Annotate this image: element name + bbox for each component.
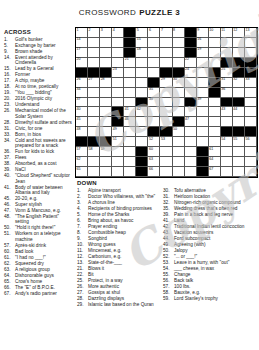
clue-number: 42. — [163, 224, 174, 229]
cell-number: 64 — [209, 157, 213, 161]
clue-item: 41.Body of water between Albania and Ita… — [4, 185, 74, 196]
grid-cell[interactable] — [88, 88, 100, 98]
cell-number: 25 — [221, 67, 225, 71]
cell-number: 41 — [125, 107, 129, 111]
cell-number: 56 — [245, 137, 249, 141]
clue-item: 41.Land — [163, 218, 257, 223]
clue-number: 62. — [4, 261, 15, 266]
grid-cell[interactable] — [185, 157, 197, 167]
clue-number: 50. — [4, 225, 15, 230]
grid-cell[interactable] — [148, 68, 160, 78]
grid-cell[interactable]: 40 — [76, 107, 88, 117]
clue-text: Ford subcompact — [174, 236, 257, 241]
clue-number: 1. — [77, 188, 88, 193]
black-cell — [197, 167, 209, 177]
grid-cell[interactable] — [100, 98, 112, 108]
clue-item: 51.Workers on a teletype machine — [4, 231, 74, 242]
grid-cell[interactable] — [209, 38, 221, 48]
grid-cell[interactable] — [209, 137, 221, 147]
grid-cell[interactable]: 27 — [88, 78, 100, 88]
grid-cell[interactable]: 23 — [112, 68, 124, 78]
grid-cell[interactable]: 37 — [76, 98, 88, 108]
black-cell — [76, 137, 88, 147]
grid-cell[interactable] — [160, 147, 172, 157]
cell-number: 49 — [113, 127, 117, 131]
grid-cell[interactable]: 2 — [88, 28, 100, 38]
cell-number: 34 — [77, 87, 81, 91]
grid-cell[interactable]: 31 — [221, 78, 233, 88]
grid-cell[interactable]: 44 — [233, 107, 245, 117]
black-cell — [124, 38, 136, 48]
grid-cell[interactable] — [245, 117, 257, 127]
clue-item: 50.Jalopy — [163, 248, 257, 253]
clue-text: Workers on a teletype machine — [15, 231, 74, 242]
crossword-grid[interactable]: 1234567891011121314151617181920212223242… — [75, 27, 258, 178]
clue-text: Andy's radio partner — [15, 291, 74, 296]
grid-cell[interactable] — [136, 137, 148, 147]
grid-cell[interactable] — [185, 78, 197, 88]
clue-item: 30.Tofu alternative — [163, 188, 257, 193]
clue-text: Brown shade — [15, 49, 74, 54]
grid-cell[interactable] — [209, 48, 221, 58]
page-title: CROSSWORDPUZZLE 3 — [0, 8, 259, 17]
clue-number: 33. — [4, 132, 15, 137]
clue-number: 55. — [163, 272, 174, 277]
grid-cell[interactable] — [124, 147, 136, 157]
clue-item: 26.More authentic — [77, 284, 161, 289]
black-cell — [100, 68, 112, 78]
clue-number: 9. — [77, 236, 88, 241]
cell-number: 65 — [77, 167, 81, 171]
grid-cell[interactable]: 20 — [76, 58, 88, 68]
cell-number: 32 — [233, 77, 237, 81]
black-cell — [233, 58, 245, 68]
grid-cell[interactable] — [112, 167, 124, 177]
grid-cell[interactable]: 34 — [76, 88, 88, 98]
clue-number: 31. — [4, 126, 15, 131]
clue-number: 19. — [4, 90, 15, 95]
grid-cell[interactable]: 25 — [221, 68, 233, 78]
clue-item: 46.Super stylish — [4, 202, 74, 207]
clue-item: 47.Vonn & Mancuso, e.g. — [4, 208, 74, 213]
clue-number: 64. — [4, 273, 15, 278]
grid-cell[interactable] — [233, 38, 245, 48]
grid-cell[interactable]: 54 — [221, 137, 233, 147]
grid-cell[interactable]: 17 — [76, 48, 88, 58]
grid-cell[interactable] — [160, 88, 172, 98]
grid-cell[interactable]: 16 — [197, 38, 209, 48]
grid-cell[interactable] — [112, 98, 124, 108]
grid-cell[interactable] — [112, 48, 124, 58]
grid-cell[interactable] — [112, 78, 124, 88]
grid-cell[interactable]: 43 — [221, 107, 233, 117]
clue-text: Protect, in a way — [88, 278, 161, 283]
grid-cell[interactable] — [245, 107, 257, 117]
grid-cell[interactable] — [160, 117, 172, 127]
clue-item: 25.Protect, in a way — [77, 278, 161, 283]
clue-number: 54. — [163, 266, 174, 271]
grid-cell[interactable] — [148, 38, 160, 48]
grid-cell[interactable]: 67 — [209, 167, 221, 177]
black-cell — [160, 127, 172, 137]
cell-number: 29 — [161, 77, 165, 81]
clue-item: 57.Après-ski drink — [4, 243, 74, 248]
grid-cell[interactable] — [209, 127, 221, 137]
grid-cell[interactable]: 18 — [136, 48, 148, 58]
clue-text: Back talk — [174, 278, 257, 283]
grid-cell[interactable] — [88, 107, 100, 117]
grid-cell[interactable] — [124, 88, 136, 98]
cell-number: 23 — [113, 67, 117, 71]
cell-number: 47 — [185, 117, 189, 121]
clue-text: Golf's bunker — [15, 37, 74, 42]
grid-cell[interactable]: 28 — [100, 78, 112, 88]
black-cell — [148, 127, 160, 137]
grid-cell[interactable] — [100, 127, 112, 137]
grid-cell[interactable] — [112, 157, 124, 167]
black-cell — [160, 68, 172, 78]
cell-number: 5 — [137, 28, 139, 32]
grid-cell[interactable] — [160, 98, 172, 108]
grid-cell[interactable]: 55 — [233, 137, 245, 147]
grid-cell[interactable] — [136, 68, 148, 78]
clue-item: 64.Dishonorable guys — [4, 273, 74, 278]
grid-cell[interactable]: 33 — [245, 78, 257, 88]
grid-cell[interactable] — [209, 58, 221, 68]
black-cell — [148, 78, 160, 88]
grid-cell[interactable]: 42 — [136, 107, 148, 117]
grid-cell[interactable] — [112, 147, 124, 157]
grid-cell[interactable] — [88, 167, 100, 177]
black-cell — [221, 58, 233, 68]
clue-text: Lead by a General — [15, 66, 74, 71]
grid-cell[interactable]: 52 — [148, 137, 160, 147]
grid-cell[interactable]: 36 — [221, 88, 233, 98]
grid-cell[interactable] — [185, 107, 197, 117]
grid-cell[interactable] — [136, 88, 148, 98]
clue-text: Civic, for one — [15, 126, 74, 131]
grid-cell[interactable] — [197, 78, 209, 88]
grid-cell[interactable]: 21 — [124, 58, 136, 68]
clue-number: 65. — [4, 279, 15, 284]
grid-cell[interactable]: 29 — [160, 78, 172, 88]
clue-number: 37. — [4, 155, 15, 160]
grid-cell[interactable] — [160, 157, 172, 167]
cell-number: 62 — [77, 157, 81, 161]
grid-cell[interactable] — [221, 167, 233, 177]
grid-cell[interactable] — [185, 88, 197, 98]
clue-item: 62.Squeezed dry — [4, 261, 74, 266]
clue-item: 61."I had no ___!" — [4, 255, 74, 260]
grid-cell[interactable] — [88, 127, 100, 137]
grid-cell[interactable] — [173, 58, 185, 68]
grid-cell[interactable] — [100, 38, 112, 48]
grid-cell[interactable]: 14 — [76, 38, 88, 48]
grid-cell[interactable] — [197, 58, 209, 68]
grid-cell[interactable] — [221, 157, 233, 167]
black-cell — [245, 127, 257, 137]
grid-cell[interactable]: 8 — [173, 28, 185, 38]
clue-text: Change — [174, 272, 257, 277]
grid-cell[interactable] — [112, 88, 124, 98]
grid-cell[interactable] — [136, 127, 148, 137]
grid-cell[interactable]: 39 — [197, 98, 209, 108]
clue-text: Jalopy — [174, 248, 257, 253]
clue-item: 29.Islamic law based on the Quran — [77, 302, 161, 307]
clue-item: 1.Alpine transport — [77, 188, 161, 193]
cell-number: 31 — [221, 77, 225, 81]
grid-cell[interactable] — [88, 48, 100, 58]
grid-cell[interactable] — [100, 107, 112, 117]
grid-cell[interactable]: 49 — [112, 127, 124, 137]
grid-cell[interactable]: 4 — [112, 28, 124, 38]
clue-number: 57. — [4, 243, 15, 248]
black-cell — [76, 68, 88, 78]
grid-cell[interactable] — [173, 88, 185, 98]
clue-text: Bit — [88, 272, 161, 277]
grid-cell[interactable]: 11 — [221, 28, 233, 38]
clue-text: "... or ___!" — [174, 254, 257, 259]
grid-cell[interactable] — [185, 147, 197, 157]
grid-cell[interactable] — [136, 58, 148, 68]
grid-cell[interactable] — [209, 117, 221, 127]
clue-item: 8.Combustible heap — [77, 230, 161, 235]
grid-cell[interactable]: 46 — [124, 117, 136, 127]
grid-cell[interactable]: 45 — [76, 117, 88, 127]
grid-cell[interactable] — [124, 68, 136, 78]
grid-cell[interactable] — [185, 127, 197, 137]
grid-cell[interactable]: 64 — [209, 157, 221, 167]
clue-number: 36. — [4, 149, 15, 154]
clue-number: 8. — [77, 230, 88, 235]
clue-text: Vacation souvenirs — [174, 230, 257, 235]
grid-cell[interactable]: 56 — [245, 137, 257, 147]
clue-text: Tofu alternative — [174, 188, 257, 193]
clue-number: 39. — [163, 212, 174, 217]
grid-cell[interactable] — [233, 167, 245, 177]
grid-cell[interactable]: 66 — [148, 167, 160, 177]
grid-cell[interactable] — [124, 137, 136, 147]
grid-cell[interactable] — [245, 48, 257, 58]
grid-cell[interactable]: 22 — [185, 58, 197, 68]
black-cell — [209, 68, 221, 78]
cell-number: 37 — [77, 97, 81, 101]
grid-cell[interactable]: 48 — [76, 127, 88, 137]
clue-text: Carbonium, e.g. — [88, 254, 161, 259]
clue-text: Home of the Sharks — [88, 212, 161, 217]
grid-cell[interactable] — [88, 58, 100, 68]
grid-cell[interactable] — [197, 88, 209, 98]
grid-cell[interactable] — [124, 98, 136, 108]
grid-cell[interactable] — [136, 117, 148, 127]
grid-cell[interactable] — [160, 58, 172, 68]
clue-number: 16. — [4, 72, 15, 77]
grid-cell[interactable]: 3 — [100, 28, 112, 38]
black-cell — [221, 98, 233, 108]
grid-cell[interactable]: 60 — [148, 147, 160, 157]
grid-cell[interactable]: 53 — [160, 137, 172, 147]
grid-cell[interactable] — [197, 68, 209, 78]
cell-number: 11 — [221, 28, 225, 32]
clue-item: 53.Leave in a hurry, with "out" — [163, 260, 257, 265]
grid-cell[interactable]: 38 — [148, 98, 160, 108]
grid-cell[interactable] — [112, 38, 124, 48]
grid-cell[interactable]: 6 — [148, 28, 160, 38]
clue-text: State-of-the-___ — [88, 260, 161, 265]
clue-number: 5. — [4, 43, 15, 48]
grid-cell[interactable] — [173, 38, 185, 48]
grid-cell[interactable] — [88, 38, 100, 48]
grid-cell[interactable] — [245, 157, 257, 167]
grid-cell[interactable] — [100, 167, 112, 177]
grid-cell[interactable] — [100, 58, 112, 68]
clue-item: 59.Lord Stanley's trophy — [163, 296, 257, 301]
grid-cell[interactable] — [185, 167, 197, 177]
grid-cell[interactable] — [88, 157, 100, 167]
grid-cell[interactable] — [173, 167, 185, 177]
grid-cell[interactable]: 62 — [76, 157, 88, 167]
grid-cell[interactable] — [148, 58, 160, 68]
grid-cell[interactable] — [185, 137, 197, 147]
clue-number: 12. — [77, 254, 88, 259]
grid-cell[interactable] — [197, 107, 209, 117]
clue-item: 23.Understand — [4, 102, 74, 107]
grid-cell[interactable] — [136, 78, 148, 88]
grid-cell[interactable]: 32 — [233, 78, 245, 88]
cell-number: 45 — [77, 117, 81, 121]
grid-cell[interactable] — [245, 167, 257, 177]
grid-cell[interactable]: 50 — [173, 127, 185, 137]
grid-cell[interactable] — [160, 38, 172, 48]
grid-cell[interactable] — [124, 127, 136, 137]
grid-cell[interactable]: 58 — [88, 147, 100, 157]
clue-number: 32. — [163, 200, 174, 205]
clue-text: Dishonorable guys — [15, 273, 74, 278]
grid-cell[interactable]: 5 — [136, 28, 148, 38]
clue-item: 63.A religious group — [4, 267, 74, 272]
grid-cell[interactable] — [173, 107, 185, 117]
grid-cell[interactable] — [148, 107, 160, 117]
grid-cell[interactable] — [160, 48, 172, 58]
grid-cell[interactable]: 12 — [233, 28, 245, 38]
grid-cell[interactable]: 35 — [148, 88, 160, 98]
grid-cell[interactable] — [209, 98, 221, 108]
clue-text: "Hold it right there!" — [15, 225, 74, 230]
grid-cell[interactable]: 65 — [76, 167, 88, 177]
grid-cell[interactable]: 13 — [245, 28, 257, 38]
grid-cell[interactable] — [88, 98, 100, 108]
grid-cell[interactable] — [173, 147, 185, 157]
grid-cell[interactable]: 15 — [136, 38, 148, 48]
grid-cell[interactable] — [173, 98, 185, 108]
grid-cell[interactable] — [245, 88, 257, 98]
grid-cell[interactable] — [233, 117, 245, 127]
grid-cell[interactable] — [100, 48, 112, 58]
black-cell — [245, 58, 257, 68]
grid-cell[interactable] — [88, 117, 100, 127]
grid-cell[interactable]: 57 — [76, 147, 88, 157]
clue-number: 26. — [77, 284, 88, 289]
clue-item: 50."Hold it right there!" — [4, 225, 74, 230]
grid-cell[interactable] — [221, 117, 233, 127]
clue-number: 13. — [77, 260, 88, 265]
black-cell — [185, 38, 197, 48]
clue-text: At no time, poetically — [15, 84, 74, 89]
clue-item: 13.State-of-the-___ — [77, 260, 161, 265]
grid-cell[interactable] — [124, 78, 136, 88]
grid-cell[interactable]: 63 — [148, 157, 160, 167]
clue-number: 41. — [4, 185, 15, 196]
grid-cell[interactable] — [173, 157, 185, 167]
grid-cell[interactable] — [173, 48, 185, 58]
grid-cell[interactable]: 51 — [112, 137, 124, 147]
grid-cell[interactable] — [100, 88, 112, 98]
grid-cell[interactable] — [233, 147, 245, 157]
clue-number: 34. — [4, 138, 15, 149]
grid-cell[interactable] — [197, 137, 209, 147]
grid-cell[interactable] — [124, 157, 136, 167]
grid-cell[interactable] — [197, 117, 209, 127]
clue-text: Combustible heap — [88, 230, 161, 235]
grid-cell[interactable]: 19 — [197, 48, 209, 58]
clue-item: 67.Andy's radio partner — [4, 291, 74, 296]
grid-cell[interactable] — [173, 137, 185, 147]
clue-text: Après-ski drink — [15, 243, 74, 248]
grid-cell[interactable] — [112, 58, 124, 68]
grid-cell[interactable]: 9 — [197, 28, 209, 38]
cell-number: 3 — [101, 28, 103, 32]
clue-item: 28.Dimethyl sulfate and others — [4, 120, 74, 125]
clue-item: 65.Crow's home — [4, 279, 74, 284]
grid-cell[interactable] — [233, 88, 245, 98]
grid-cell[interactable] — [148, 117, 160, 127]
grid-cell[interactable] — [245, 147, 257, 157]
grid-cell[interactable]: 7 — [160, 28, 172, 38]
grid-cell[interactable] — [160, 107, 172, 117]
grid-cell[interactable]: 61 — [209, 147, 221, 157]
grid-cell[interactable] — [209, 107, 221, 117]
grid-cell[interactable]: 10 — [209, 28, 221, 38]
clue-number: 31. — [163, 194, 174, 199]
grid-cell[interactable]: 24 — [185, 68, 197, 78]
grid-cell[interactable] — [100, 117, 112, 127]
grid-cell[interactable] — [245, 98, 257, 108]
grid-cell[interactable]: 59 — [100, 147, 112, 157]
down-clue-list-right: 30.Tofu alternative31.Heirloom location3… — [163, 188, 257, 302]
clue-item: 57.100 lbs. — [163, 284, 257, 289]
grid-cell[interactable]: 47 — [185, 117, 197, 127]
grid-cell[interactable] — [221, 48, 233, 58]
grid-cell[interactable] — [233, 157, 245, 167]
clue-number: 44. — [163, 236, 174, 241]
grid-cell[interactable]: 41 — [124, 107, 136, 117]
grid-cell[interactable] — [148, 48, 160, 58]
clue-item: 5.Exchange by barter — [4, 43, 74, 48]
grid-cell[interactable] — [160, 167, 172, 177]
grid-cell[interactable] — [245, 38, 257, 48]
grid-cell[interactable] — [100, 157, 112, 167]
grid-cell[interactable]: 26 — [76, 78, 88, 88]
grid-cell[interactable] — [124, 167, 136, 177]
clue-number: 50. — [163, 248, 174, 253]
grid-cell[interactable]: 1 — [76, 28, 88, 38]
grid-cell[interactable] — [197, 127, 209, 137]
grid-cell[interactable] — [221, 38, 233, 48]
grid-cell[interactable]: 30 — [173, 78, 185, 88]
clue-text: Former — [15, 72, 74, 77]
grid-cell[interactable] — [221, 147, 233, 157]
grid-cell[interactable] — [233, 48, 245, 58]
